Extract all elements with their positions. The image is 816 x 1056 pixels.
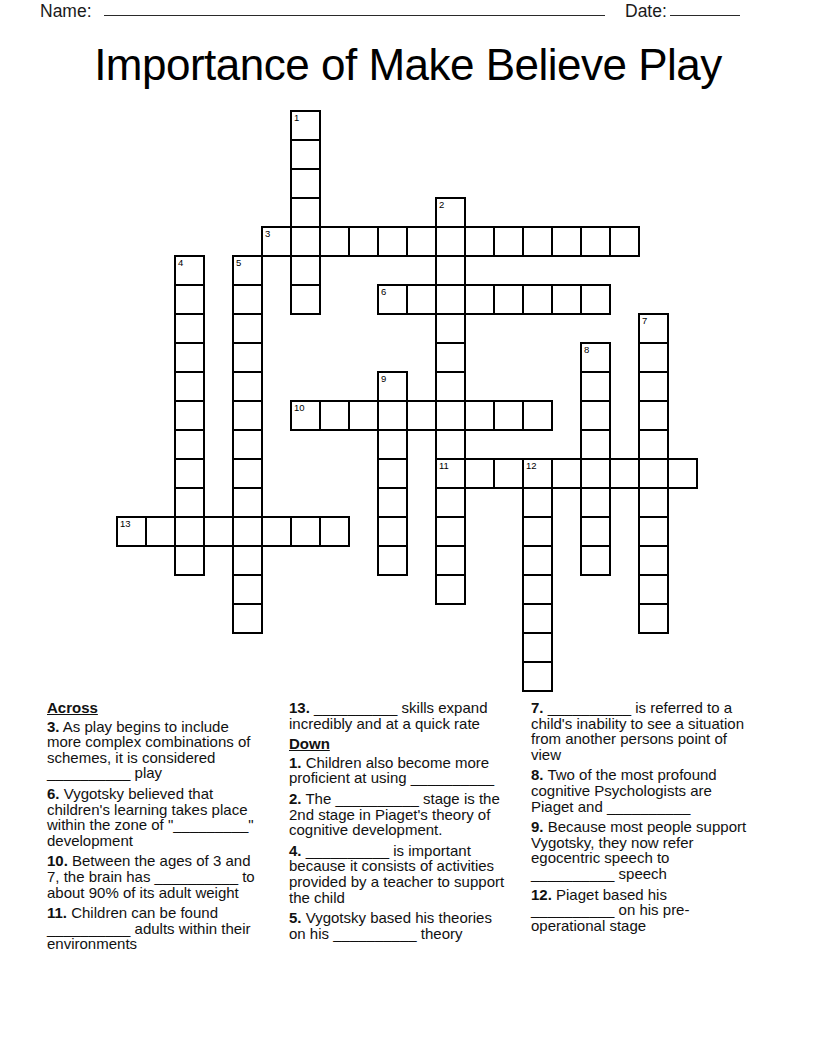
clue-column-middle: 13. __________ skills expand incredibly …: [289, 700, 507, 946]
grid-cell[interactable]: [580, 429, 611, 460]
grid-cell[interactable]: [377, 487, 408, 518]
clue-section-header: Across: [47, 700, 265, 716]
clue: 2. The __________ stage is the 2nd stage…: [289, 791, 507, 838]
clue-number-label: 7.: [531, 699, 544, 716]
name-blank-line: [104, 0, 605, 16]
grid-cell[interactable]: [435, 255, 466, 286]
clue-number: 12: [526, 460, 537, 471]
grid-cell[interactable]: [493, 284, 524, 315]
grid-cell[interactable]: [406, 284, 437, 315]
grid-cell[interactable]: [319, 516, 350, 547]
grid-cell[interactable]: [435, 574, 466, 605]
grid-cell[interactable]: [406, 226, 437, 257]
clue-number-label: 2.: [289, 790, 302, 807]
grid-cell[interactable]: [377, 226, 408, 257]
grid-cell[interactable]: [232, 342, 263, 373]
grid-cell[interactable]: [174, 545, 205, 576]
grid-cell[interactable]: [232, 458, 263, 489]
clue: 6. Vygotsky believed that children's lea…: [47, 786, 265, 848]
grid-cell[interactable]: [377, 458, 408, 489]
grid-cell[interactable]: [319, 400, 350, 431]
clue-number: 11: [439, 460, 449, 471]
grid-cell[interactable]: [638, 342, 669, 373]
grid-cell[interactable]: [406, 400, 437, 431]
grid-cell[interactable]: [667, 458, 698, 489]
grid-cell[interactable]: [290, 226, 321, 257]
clue: 12. Piaget based his __________ on his p…: [531, 887, 749, 934]
grid-cell[interactable]: [493, 400, 524, 431]
grid-cell[interactable]: [580, 458, 611, 489]
grid-cell[interactable]: [522, 574, 553, 605]
grid-cell[interactable]: [232, 487, 263, 518]
grid-cell[interactable]: [493, 226, 524, 257]
clue-number-label: 10.: [47, 852, 68, 869]
grid-cell[interactable]: [638, 574, 669, 605]
grid-cell[interactable]: [232, 545, 263, 576]
grid-cell[interactable]: [638, 487, 669, 518]
grid-cell[interactable]: [174, 313, 205, 344]
grid-cell[interactable]: [522, 603, 553, 634]
grid-cell[interactable]: [435, 313, 466, 344]
grid-cell[interactable]: [348, 400, 379, 431]
clue-column-left: Across3. As play begins to include more …: [47, 700, 265, 957]
clue-number-label: 5.: [289, 909, 302, 926]
grid-cell[interactable]: [580, 371, 611, 402]
grid-cell[interactable]: [522, 632, 553, 663]
grid-cell[interactable]: [493, 458, 524, 489]
grid-cell[interactable]: [290, 516, 321, 547]
grid-cell[interactable]: [638, 545, 669, 576]
grid-cell[interactable]: [232, 284, 263, 315]
grid-cell[interactable]: [638, 400, 669, 431]
grid-cell[interactable]: 3: [261, 226, 292, 257]
clue-number-label: 4.: [289, 842, 302, 859]
grid-cell[interactable]: [609, 458, 640, 489]
grid-cell[interactable]: [435, 371, 466, 402]
grid-cell[interactable]: [145, 516, 176, 547]
grid-cell[interactable]: [435, 400, 466, 431]
grid-cell[interactable]: [522, 226, 553, 257]
grid-cell[interactable]: [232, 429, 263, 460]
date-blank-line: [670, 0, 740, 16]
clue-number-label: 8.: [531, 766, 544, 783]
clue: 11. Children can be found __________ adu…: [47, 905, 265, 952]
grid-cell[interactable]: 6: [377, 284, 408, 315]
grid-cell[interactable]: [377, 400, 408, 431]
grid-cell[interactable]: [174, 284, 205, 315]
grid-cell[interactable]: 12: [522, 458, 553, 489]
grid-cell[interactable]: [638, 516, 669, 547]
clue: 8. Two of the most profound cognitive Ps…: [531, 767, 749, 814]
grid-cell[interactable]: [435, 487, 466, 518]
grid-cell[interactable]: 7: [638, 313, 669, 344]
clue-number: 1: [294, 112, 299, 123]
grid-cell[interactable]: [435, 516, 466, 547]
clue-number: 8: [584, 344, 589, 355]
date-label: Date:: [625, 1, 667, 21]
clue-number-label: 11.: [47, 904, 67, 921]
grid-cell[interactable]: 11: [435, 458, 466, 489]
clue: 7. __________ is referred to a child's i…: [531, 700, 749, 762]
grid-cell[interactable]: [174, 487, 205, 518]
clue-number: 2: [439, 199, 444, 210]
grid-cell[interactable]: 2: [435, 197, 466, 228]
clue: 9. Because most people support Vygotsky,…: [531, 819, 749, 881]
grid-cell[interactable]: [580, 400, 611, 431]
grid-cell[interactable]: [638, 603, 669, 634]
grid-cell[interactable]: [522, 661, 553, 692]
grid-cell[interactable]: [232, 313, 263, 344]
clue-number-label: 1.: [289, 754, 302, 771]
grid-cell[interactable]: [290, 168, 321, 199]
grid-cell[interactable]: [261, 516, 292, 547]
clue-number-label: 12.: [531, 886, 552, 903]
page-title: Importance of Make Believe Play: [0, 39, 816, 91]
clue-number-label: 6.: [47, 785, 60, 802]
grid-cell[interactable]: [551, 458, 582, 489]
clue: 13. __________ skills expand incredibly …: [289, 700, 507, 731]
clue: 3. As play begins to include more comple…: [47, 719, 265, 781]
grid-cell[interactable]: 1: [290, 110, 321, 141]
grid-cell[interactable]: [232, 603, 263, 634]
grid-cell[interactable]: [435, 284, 466, 315]
grid-cell[interactable]: [174, 429, 205, 460]
grid-cell[interactable]: [435, 429, 466, 460]
grid-cell[interactable]: [522, 487, 553, 518]
grid-cell[interactable]: [290, 284, 321, 315]
grid-cell[interactable]: [464, 458, 495, 489]
grid-cell[interactable]: [232, 574, 263, 605]
clue-number: 7: [642, 315, 647, 326]
clue-number-label: 13.: [289, 699, 310, 716]
clue: 1. Children also become more proficient …: [289, 755, 507, 786]
clue-section-header: Down: [289, 736, 507, 752]
name-label: Name:: [40, 1, 92, 21]
grid-cell[interactable]: [319, 226, 350, 257]
grid-cell[interactable]: [638, 458, 669, 489]
grid-cell[interactable]: [290, 255, 321, 286]
clue-number-label: 3.: [47, 718, 60, 735]
grid-cell[interactable]: 9: [377, 371, 408, 402]
grid-cell[interactable]: [174, 342, 205, 373]
grid-cell[interactable]: [464, 400, 495, 431]
grid-cell[interactable]: 8: [580, 342, 611, 373]
grid-cell[interactable]: [232, 400, 263, 431]
grid-cell[interactable]: [348, 226, 379, 257]
grid-cell[interactable]: [580, 284, 611, 315]
grid-cell[interactable]: [203, 516, 234, 547]
grid-cell[interactable]: [522, 400, 553, 431]
grid-cell[interactable]: [551, 226, 582, 257]
grid-cell[interactable]: 10: [290, 400, 321, 431]
clue-number: 5: [236, 257, 241, 268]
grid-cell[interactable]: [551, 284, 582, 315]
grid-cell[interactable]: [290, 139, 321, 170]
clue-number: 3: [265, 228, 270, 239]
grid-cell[interactable]: [290, 197, 321, 228]
clue-number-label: 9.: [531, 818, 544, 835]
grid-cell[interactable]: [464, 226, 495, 257]
grid-cell[interactable]: [377, 545, 408, 576]
grid-cell[interactable]: [580, 226, 611, 257]
clue: 5. Vygotsky based his theories on his __…: [289, 910, 507, 941]
grid-cell[interactable]: 13: [116, 516, 147, 547]
clue: 10. Between the ages of 3 and 7, the bra…: [47, 853, 265, 900]
grid-cell[interactable]: [580, 487, 611, 518]
grid-cell[interactable]: [638, 371, 669, 402]
grid-cell[interactable]: [377, 429, 408, 460]
grid-cell[interactable]: [174, 371, 205, 402]
grid-cell[interactable]: [232, 516, 263, 547]
grid-cell[interactable]: [464, 284, 495, 315]
clue-number: 13: [120, 518, 131, 529]
grid-cell[interactable]: [174, 400, 205, 431]
grid-cell[interactable]: [522, 284, 553, 315]
grid-cell[interactable]: [522, 545, 553, 576]
grid-cell[interactable]: [174, 458, 205, 489]
grid-cell[interactable]: [580, 516, 611, 547]
grid-cell[interactable]: [522, 516, 553, 547]
grid-cell[interactable]: [435, 342, 466, 373]
clue-number: 9: [381, 373, 386, 384]
clue-column-right: 7. __________ is referred to a child's i…: [531, 700, 749, 938]
grid-cell[interactable]: [377, 516, 408, 547]
clue-number: 6: [381, 286, 386, 297]
clue-number: 10: [294, 402, 305, 413]
grid-cell[interactable]: [638, 429, 669, 460]
grid-cell[interactable]: [580, 545, 611, 576]
crossword-grid: 12345678910111213: [117, 111, 697, 691]
grid-cell[interactable]: [174, 516, 205, 547]
grid-cell[interactable]: [435, 545, 466, 576]
grid-cell[interactable]: 5: [232, 255, 263, 286]
grid-cell[interactable]: [232, 371, 263, 402]
clue-number: 4: [178, 257, 183, 268]
grid-cell[interactable]: [435, 226, 466, 257]
grid-cell[interactable]: [609, 226, 640, 257]
clue: 4. __________ is important because it co…: [289, 843, 507, 905]
grid-cell[interactable]: 4: [174, 255, 205, 286]
